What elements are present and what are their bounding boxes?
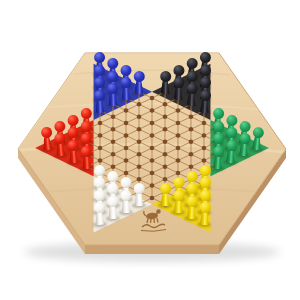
board-hole[interactable]	[163, 102, 168, 107]
peg-head	[80, 108, 92, 120]
peg-body	[187, 93, 196, 106]
board-hole[interactable]	[137, 152, 142, 157]
board-hole[interactable]	[176, 171, 181, 176]
peg-head	[225, 139, 237, 151]
board-hole[interactable]	[98, 133, 103, 138]
board-hole[interactable]	[189, 139, 194, 144]
board-hole[interactable]	[137, 177, 142, 182]
peg-black[interactable]	[158, 71, 172, 95]
board-hole[interactable]	[150, 146, 155, 151]
peg-head	[186, 71, 197, 82]
peg-head	[239, 133, 251, 145]
peg-head	[199, 177, 211, 189]
peg-head	[67, 139, 79, 151]
peg-head	[173, 189, 184, 200]
peg-head	[199, 189, 211, 201]
peg-body	[213, 155, 223, 169]
peg-head	[199, 52, 211, 64]
peg-white[interactable]	[105, 196, 120, 221]
peg-head	[107, 183, 118, 194]
peg-white[interactable]	[118, 189, 133, 213]
peg-white[interactable]	[132, 183, 146, 207]
peg-head	[93, 64, 105, 76]
board-hole[interactable]	[189, 114, 194, 119]
board-hole[interactable]	[124, 121, 129, 126]
peg-head	[107, 196, 118, 207]
board-hole[interactable]	[124, 158, 129, 163]
board-hole[interactable]	[111, 164, 116, 169]
peg-head	[173, 77, 184, 88]
board-hole[interactable]	[111, 139, 116, 144]
peg-head	[120, 77, 131, 88]
board-hole[interactable]	[137, 102, 142, 107]
peg-body	[173, 199, 182, 212]
peg-body	[200, 212, 210, 225]
peg-head	[120, 64, 131, 75]
peg-white[interactable]	[92, 202, 107, 227]
board-hole[interactable]	[150, 171, 155, 176]
peg-head	[212, 120, 224, 132]
board-hole[interactable]	[111, 127, 116, 132]
board-hole[interactable]	[150, 96, 155, 101]
peg-head	[93, 164, 105, 176]
peg-head	[93, 52, 105, 64]
board-hole[interactable]	[176, 158, 181, 163]
peg-body	[121, 199, 130, 212]
peg-body	[187, 206, 196, 219]
board-hole[interactable]	[98, 146, 103, 151]
peg-head	[199, 77, 211, 89]
board-hole[interactable]	[163, 177, 168, 182]
peg-head	[160, 71, 171, 82]
board-hole[interactable]	[202, 146, 207, 151]
peg-head	[40, 127, 52, 139]
board-hole[interactable]	[150, 133, 155, 138]
peg-body	[82, 155, 92, 169]
peg-blue[interactable]	[105, 83, 120, 108]
peg-head	[160, 183, 171, 194]
peg-head	[212, 145, 224, 157]
peg-body	[160, 81, 169, 94]
board-hole[interactable]	[163, 164, 168, 169]
board-hole[interactable]	[150, 183, 155, 188]
peg-head	[212, 133, 224, 145]
peg-body	[42, 137, 52, 151]
peg-head	[107, 71, 118, 82]
board-hole[interactable]	[202, 133, 207, 138]
peg-head	[186, 58, 197, 69]
board-hole[interactable]	[124, 146, 129, 151]
board-hole[interactable]	[150, 108, 155, 113]
peg-head	[53, 120, 65, 132]
peg-head	[107, 171, 118, 182]
peg-blue[interactable]	[118, 77, 133, 101]
peg-yellow[interactable]	[197, 202, 212, 227]
board-hole[interactable]	[163, 152, 168, 157]
peg-head	[120, 177, 131, 188]
board-hole[interactable]	[150, 121, 155, 126]
peg-body	[121, 87, 130, 100]
peg-body	[134, 81, 143, 94]
peg-body	[226, 149, 236, 163]
board-hole[interactable]	[124, 133, 129, 138]
peg-blue[interactable]	[92, 89, 107, 114]
peg-blue[interactable]	[132, 71, 146, 95]
board-hole[interactable]	[202, 121, 207, 126]
board-hole[interactable]	[111, 152, 116, 157]
peg-yellow[interactable]	[158, 183, 172, 207]
peg-body	[134, 193, 143, 206]
peg-body	[173, 87, 182, 100]
peg-head	[80, 133, 92, 145]
peg-head	[199, 164, 211, 176]
board-hole[interactable]	[137, 114, 142, 119]
board-hole[interactable]	[176, 121, 181, 126]
board-hole[interactable]	[163, 114, 168, 119]
board-hole[interactable]	[150, 196, 155, 201]
peg-head	[67, 114, 79, 126]
board-hole[interactable]	[189, 127, 194, 132]
peg-head	[186, 83, 197, 94]
peg-body	[239, 143, 249, 157]
peg-head	[186, 183, 197, 194]
board-hole[interactable]	[124, 108, 129, 113]
peg-black[interactable]	[197, 89, 212, 114]
peg-body	[160, 193, 169, 206]
board-hole[interactable]	[111, 114, 116, 119]
board-hole[interactable]	[150, 158, 155, 163]
peg-body	[95, 212, 105, 225]
peg-head	[212, 108, 224, 120]
board-hole[interactable]	[189, 152, 194, 157]
board-hole[interactable]	[176, 133, 181, 138]
peg-body	[95, 99, 105, 112]
peg-head	[186, 171, 197, 182]
board-hole[interactable]	[98, 158, 103, 163]
board-hole[interactable]	[137, 139, 142, 144]
peg-head	[252, 127, 264, 139]
board-hole[interactable]	[98, 121, 103, 126]
peg-head	[53, 133, 65, 145]
board-hole[interactable]	[202, 158, 207, 163]
peg-head	[93, 177, 105, 189]
peg-head	[225, 127, 237, 139]
board-hole[interactable]	[124, 171, 129, 176]
peg-body	[252, 137, 262, 151]
board-hole[interactable]	[163, 127, 168, 132]
peg-head	[225, 114, 237, 126]
peg-head	[93, 77, 105, 89]
peg-body	[200, 99, 210, 112]
peg-body	[108, 93, 117, 106]
peg-head	[93, 202, 105, 214]
peg-head	[93, 189, 105, 201]
board-hole[interactable]	[176, 108, 181, 113]
peg-head	[80, 120, 92, 132]
peg-head	[120, 189, 131, 200]
peg-green[interactable]	[210, 145, 225, 170]
board-hole[interactable]	[137, 164, 142, 169]
peg-head	[173, 177, 184, 188]
peg-head	[67, 127, 79, 139]
peg-head	[93, 89, 105, 101]
peg-head	[107, 83, 118, 94]
board-hole[interactable]	[189, 164, 194, 169]
peg-head	[133, 71, 144, 82]
peg-head	[199, 64, 211, 76]
peg-head	[199, 89, 211, 101]
peg-head	[173, 64, 184, 75]
board-hole[interactable]	[137, 127, 142, 132]
peg-head	[186, 196, 197, 207]
peg-head	[199, 202, 211, 214]
peg-head	[107, 58, 118, 69]
board-hole[interactable]	[176, 146, 181, 151]
peg-green[interactable]	[223, 139, 239, 164]
product-photo: ™	[0, 0, 300, 300]
peg-body	[108, 206, 117, 219]
peg-body	[55, 143, 65, 157]
peg-head	[80, 145, 92, 157]
board-hole[interactable]	[163, 139, 168, 144]
peg-body	[69, 149, 79, 163]
peg-head	[133, 183, 144, 194]
peg-head	[239, 120, 251, 132]
